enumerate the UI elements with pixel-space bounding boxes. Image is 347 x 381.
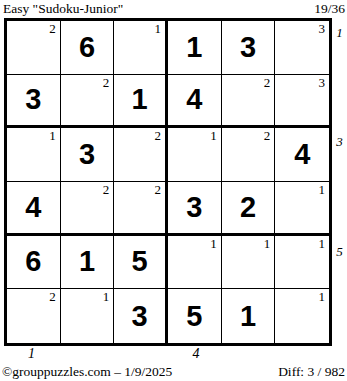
pencil-mark: 1 <box>319 182 326 197</box>
pencil-mark: 2 <box>264 128 271 143</box>
cell-r5c2: 1 <box>61 236 115 290</box>
row-label-1: 1 <box>332 18 347 73</box>
cell-r1c5: 3 <box>222 21 276 75</box>
pencil-mark: 2 <box>49 289 56 304</box>
pencil-mark: 2 <box>155 128 162 143</box>
difficulty-text: Diff: 3 / 982 <box>278 364 345 379</box>
cell-r1c4: 1 <box>168 21 222 75</box>
pencil-mark: 2 <box>264 75 271 90</box>
cell-r3c6: 4 <box>275 128 329 182</box>
pencil-mark: 1 <box>210 128 217 143</box>
cell-r4c4: 3 <box>168 182 222 236</box>
cell-r6c5: 1 <box>222 289 276 343</box>
cell-r6c1: 2 <box>7 289 61 343</box>
puzzle-title: Easy "Sudoku-Junior" <box>3 1 123 16</box>
given-digit: 3 <box>222 21 275 74</box>
cell-r5c3: 5 <box>114 236 168 290</box>
cell-r4c5: 2 <box>222 182 276 236</box>
pencil-mark: 1 <box>319 289 326 304</box>
copyright-text: ©grouppuzzles.com – 1/9/2025 <box>2 364 172 379</box>
given-digit: 5 <box>168 289 221 343</box>
cell-r4c1: 4 <box>7 182 61 236</box>
cell-r1c6: 3 <box>275 21 329 75</box>
cell-r2c4: 4 <box>168 75 222 129</box>
cell-r2c1: 3 <box>7 75 61 129</box>
cell-r2c6: 3 <box>275 75 329 129</box>
given-digit: 1 <box>61 236 114 289</box>
row-labels: 135 <box>332 18 347 346</box>
column-label-1: 1 <box>4 346 59 363</box>
column-label-3 <box>114 346 169 363</box>
given-digit: 6 <box>7 236 60 289</box>
cell-r4c6: 1 <box>275 182 329 236</box>
pencil-mark: 2 <box>155 182 162 197</box>
cell-r5c5: 1 <box>222 236 276 290</box>
pencil-mark: 3 <box>319 75 326 90</box>
board-area: 261133321423132124422321615111213511 135 <box>4 18 347 346</box>
row-label-2 <box>332 73 347 128</box>
given-digit: 6 <box>61 21 114 74</box>
footer: ©grouppuzzles.com – 1/9/2025 Diff: 3 / 9… <box>0 364 347 379</box>
cell-r1c2: 6 <box>61 21 115 75</box>
cell-r2c3: 1 <box>114 75 168 129</box>
pencil-mark: 1 <box>155 21 162 36</box>
puzzle-page: Easy "Sudoku-Junior" 19/36 2611333214231… <box>0 0 347 381</box>
given-digit: 1 <box>222 289 275 343</box>
cell-r4c3: 2 <box>114 182 168 236</box>
cell-r2c2: 2 <box>61 75 115 129</box>
given-digit: 1 <box>168 21 221 74</box>
cell-r6c2: 1 <box>61 289 115 343</box>
pencil-mark: 1 <box>264 236 271 251</box>
column-label-2 <box>59 346 114 363</box>
column-labels: 14 <box>4 346 333 363</box>
cell-r5c1: 6 <box>7 236 61 290</box>
sudoku-board: 261133321423132124422321615111213511 <box>4 18 332 346</box>
given-digit: 3 <box>114 289 165 343</box>
cell-r3c2: 3 <box>61 128 115 182</box>
cell-r3c5: 2 <box>222 128 276 182</box>
pencil-mark: 1 <box>319 236 326 251</box>
pencil-mark: 1 <box>103 289 110 304</box>
cell-r3c4: 1 <box>168 128 222 182</box>
cell-r3c1: 1 <box>7 128 61 182</box>
given-digit: 4 <box>7 182 60 233</box>
row-label-3: 3 <box>332 127 347 182</box>
cell-r5c4: 1 <box>168 236 222 290</box>
cell-r1c1: 2 <box>7 21 61 75</box>
given-digit: 1 <box>114 75 165 126</box>
cell-r5c6: 1 <box>275 236 329 290</box>
pencil-mark: 2 <box>103 75 110 90</box>
pencil-mark: 1 <box>49 128 56 143</box>
cell-r3c3: 2 <box>114 128 168 182</box>
row-label-5: 5 <box>332 237 347 292</box>
pencil-mark: 3 <box>319 21 326 36</box>
column-label-4: 4 <box>168 346 223 363</box>
given-digit: 4 <box>275 128 329 181</box>
given-digit: 3 <box>61 128 114 181</box>
pencil-mark: 1 <box>210 236 217 251</box>
column-label-5 <box>223 346 278 363</box>
row-label-6 <box>332 291 347 346</box>
cell-r6c6: 1 <box>275 289 329 343</box>
row-label-4 <box>332 182 347 237</box>
given-digit: 5 <box>114 236 165 289</box>
pencil-mark: 2 <box>49 21 56 36</box>
puzzle-counter: 19/36 <box>314 1 345 16</box>
cell-r4c2: 2 <box>61 182 115 236</box>
given-digit: 3 <box>168 182 221 233</box>
cell-r1c3: 1 <box>114 21 168 75</box>
cell-r6c4: 5 <box>168 289 222 343</box>
cell-r2c5: 2 <box>222 75 276 129</box>
cell-r6c3: 3 <box>114 289 168 343</box>
given-digit: 4 <box>168 75 221 126</box>
given-digit: 3 <box>7 75 60 126</box>
given-digit: 2 <box>222 182 275 233</box>
column-label-6 <box>278 346 333 363</box>
pencil-mark: 2 <box>103 182 110 197</box>
header: Easy "Sudoku-Junior" 19/36 <box>0 0 347 16</box>
